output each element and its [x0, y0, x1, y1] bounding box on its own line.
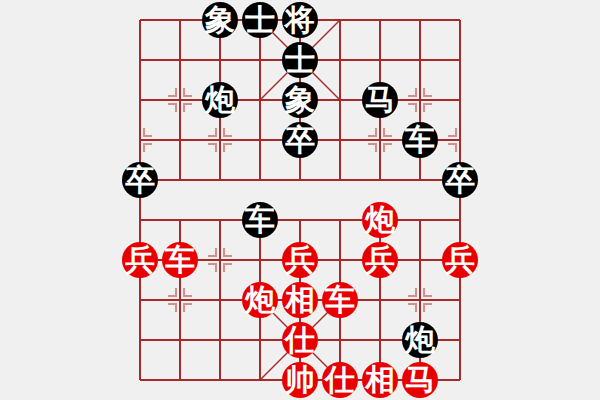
piece-red-cannon[interactable]: 炮	[362, 202, 398, 238]
piece-black-soldier[interactable]: 卒	[122, 162, 158, 198]
piece-red-elephant[interactable]: 相	[282, 282, 318, 318]
piece-red-soldier[interactable]: 兵	[442, 242, 478, 278]
piece-black-advisor[interactable]: 士	[242, 2, 278, 38]
xiangqi-app: { "game": "xiangqi", "board": { "columns…	[0, 0, 600, 400]
piece-red-soldier[interactable]: 兵	[362, 242, 398, 278]
piece-black-general[interactable]: 将	[282, 2, 318, 38]
piece-black-elephant[interactable]: 象	[202, 2, 238, 38]
piece-red-soldier[interactable]: 兵	[122, 242, 158, 278]
piece-black-horse[interactable]: 马	[362, 82, 398, 118]
piece-black-soldier[interactable]: 卒	[282, 122, 318, 158]
piece-black-cannon[interactable]: 炮	[202, 82, 238, 118]
piece-black-advisor[interactable]: 士	[282, 42, 318, 78]
piece-black-cannon[interactable]: 炮	[402, 322, 438, 358]
piece-grid[interactable]: 象士将士炮象马卒车卒卒车炮兵车兵兵兵炮相车仕炮帅仕相马	[120, 0, 480, 400]
piece-red-general[interactable]: 帅	[282, 362, 318, 398]
piece-red-horse[interactable]: 马	[402, 362, 438, 398]
xiangqi-board: 象士将士炮象马卒车卒卒车炮兵车兵兵兵炮相车仕炮帅仕相马	[0, 0, 600, 400]
piece-red-chariot[interactable]: 车	[162, 242, 198, 278]
piece-red-cannon[interactable]: 炮	[242, 282, 278, 318]
piece-red-soldier[interactable]: 兵	[282, 242, 318, 278]
piece-red-chariot[interactable]: 车	[322, 282, 358, 318]
piece-black-soldier[interactable]: 卒	[442, 162, 478, 198]
piece-red-advisor[interactable]: 仕	[282, 322, 318, 358]
piece-black-elephant[interactable]: 象	[282, 82, 318, 118]
piece-red-elephant[interactable]: 相	[362, 362, 398, 398]
piece-black-chariot[interactable]: 车	[402, 122, 438, 158]
piece-red-advisor[interactable]: 仕	[322, 362, 358, 398]
piece-black-chariot[interactable]: 车	[242, 202, 278, 238]
